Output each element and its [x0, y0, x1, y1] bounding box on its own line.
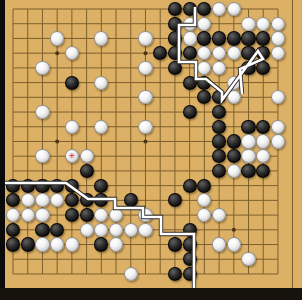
black-stone — [168, 193, 182, 207]
black-stone — [124, 193, 138, 207]
white-stone — [241, 149, 255, 163]
white-stone — [183, 31, 197, 45]
black-stone — [80, 208, 94, 222]
black-stone — [183, 2, 197, 16]
black-stone — [197, 76, 211, 90]
white-stone — [109, 223, 123, 237]
white-stone — [212, 237, 226, 251]
white-stone — [227, 164, 241, 178]
black-stone — [6, 237, 20, 251]
white-stone — [227, 46, 241, 60]
black-stone — [35, 223, 49, 237]
white-stone — [94, 76, 108, 90]
white-stone — [271, 134, 285, 148]
black-stone — [153, 46, 167, 60]
black-stone — [65, 208, 79, 222]
black-stone — [6, 179, 20, 193]
black-stone — [241, 120, 255, 134]
white-stone — [109, 208, 123, 222]
white-stone — [124, 267, 138, 281]
white-stone — [212, 61, 226, 75]
black-stone — [21, 237, 35, 251]
white-stone — [65, 237, 79, 251]
white-stone — [271, 17, 285, 31]
white-stone — [138, 61, 152, 75]
black-stone — [212, 120, 226, 134]
white-stone — [138, 208, 152, 222]
black-stone — [168, 17, 182, 31]
white-stone — [256, 149, 270, 163]
black-stone — [241, 46, 255, 60]
black-stone — [197, 179, 211, 193]
white-stone — [197, 208, 211, 222]
black-stone — [168, 31, 182, 45]
white-stone — [138, 223, 152, 237]
white-stone — [50, 237, 64, 251]
white-stone — [227, 90, 241, 104]
white-stone — [271, 90, 285, 104]
white-stone — [65, 46, 79, 60]
white-stone — [212, 208, 226, 222]
white-stone — [109, 237, 123, 251]
black-stone — [21, 179, 35, 193]
black-stone — [183, 252, 197, 266]
white-stone — [50, 193, 64, 207]
white-stone — [197, 46, 211, 60]
white-stone — [35, 149, 49, 163]
white-stone — [50, 31, 64, 45]
white-stone — [227, 2, 241, 16]
white-stone — [271, 46, 285, 60]
white-stone — [138, 31, 152, 45]
white-stone — [256, 17, 270, 31]
black-stone — [168, 267, 182, 281]
white-stone — [94, 208, 108, 222]
black-stone — [256, 164, 270, 178]
white-stone — [138, 120, 152, 134]
black-stone — [212, 134, 226, 148]
white-stone — [6, 208, 20, 222]
black-stone — [256, 46, 270, 60]
black-stone — [212, 31, 226, 45]
white-stone — [124, 223, 138, 237]
star-point — [232, 228, 236, 232]
black-stone — [94, 193, 108, 207]
black-stone — [168, 237, 182, 251]
star-point — [55, 139, 59, 143]
bottom-border-strip — [0, 288, 302, 300]
go-board[interactable]: ✳ — [0, 0, 302, 300]
white-stone — [35, 208, 49, 222]
black-stone — [227, 149, 241, 163]
star-point — [143, 51, 147, 55]
white-stone — [227, 237, 241, 251]
white-stone — [183, 17, 197, 31]
black-stone — [65, 193, 79, 207]
black-stone — [256, 120, 270, 134]
black-stone — [168, 61, 182, 75]
black-stone — [241, 164, 255, 178]
white-stone — [227, 76, 241, 90]
white-stone — [212, 46, 226, 60]
black-stone — [6, 193, 20, 207]
white-stone — [138, 90, 152, 104]
white-stone — [35, 237, 49, 251]
white-stone — [21, 208, 35, 222]
black-stone — [183, 179, 197, 193]
black-stone — [183, 267, 197, 281]
white-stone — [94, 120, 108, 134]
white-stone — [21, 193, 35, 207]
white-stone — [271, 120, 285, 134]
black-stone — [94, 179, 108, 193]
white-stone — [65, 120, 79, 134]
white-stone — [94, 31, 108, 45]
black-stone — [212, 164, 226, 178]
white-stone — [197, 193, 211, 207]
black-stone — [212, 105, 226, 119]
black-stone — [183, 46, 197, 60]
white-stone — [241, 134, 255, 148]
white-stone — [80, 149, 94, 163]
black-stone — [197, 31, 211, 45]
black-stone — [6, 223, 20, 237]
black-stone — [80, 164, 94, 178]
white-stone — [241, 252, 255, 266]
white-stone — [35, 193, 49, 207]
white-stone — [212, 2, 226, 16]
black-stone — [256, 31, 270, 45]
black-stone — [241, 31, 255, 45]
white-stone — [65, 149, 79, 163]
white-stone — [35, 61, 49, 75]
black-stone — [183, 223, 197, 237]
black-stone — [50, 179, 64, 193]
white-stone — [80, 223, 94, 237]
black-stone — [256, 61, 270, 75]
star-point — [55, 51, 59, 55]
black-stone — [183, 105, 197, 119]
black-stone — [197, 2, 211, 16]
black-stone — [183, 76, 197, 90]
black-stone — [168, 2, 182, 16]
black-stone — [94, 237, 108, 251]
white-stone — [256, 134, 270, 148]
left-border-strip — [0, 0, 5, 300]
black-stone — [227, 31, 241, 45]
black-stone — [212, 149, 226, 163]
go-app-window: ✳ — [0, 0, 302, 300]
star-point — [143, 139, 147, 143]
black-stone — [183, 237, 197, 251]
white-stone — [271, 31, 285, 45]
white-stone — [197, 17, 211, 31]
black-stone — [241, 61, 255, 75]
white-stone — [35, 105, 49, 119]
black-stone — [80, 193, 94, 207]
black-stone — [65, 76, 79, 90]
black-stone — [35, 179, 49, 193]
black-stone — [168, 46, 182, 60]
white-stone — [94, 223, 108, 237]
white-stone — [241, 17, 255, 31]
black-stone — [65, 179, 79, 193]
black-stone — [212, 90, 226, 104]
black-stone — [227, 134, 241, 148]
white-stone — [197, 61, 211, 75]
black-stone — [50, 223, 64, 237]
black-stone — [197, 90, 211, 104]
